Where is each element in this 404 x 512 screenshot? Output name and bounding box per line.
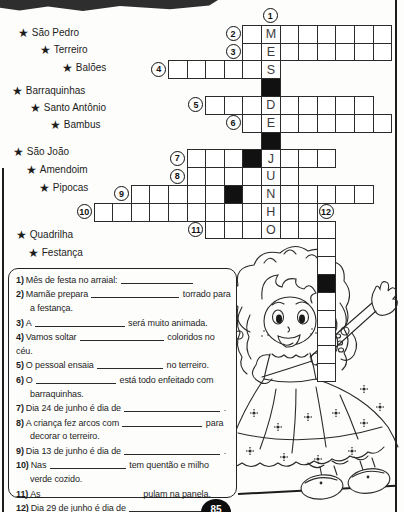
clue-number-badge-12: 12 <box>319 204 334 219</box>
empty-cell[interactable] <box>242 114 262 133</box>
word-label: Bambus <box>64 119 101 130</box>
empty-cell[interactable] <box>373 43 393 62</box>
empty-cell[interactable] <box>242 96 262 115</box>
answer-blank[interactable] <box>91 289 179 298</box>
clue-item: 1)Mês de festa no arraial: <box>16 274 231 288</box>
word-label: Barraquinhas <box>26 85 85 96</box>
page-number: 85 <box>210 504 221 512</box>
empty-cell[interactable] <box>149 203 169 222</box>
clue-text: Vamos soltar <box>26 332 79 342</box>
clue-text: Dia 13 de junho é dia de <box>26 446 124 456</box>
clue-text: A criança fez arcos com <box>26 418 122 428</box>
given-letter: E <box>267 46 275 59</box>
empty-cell[interactable] <box>187 149 207 168</box>
given-letter-cell: O <box>261 221 281 240</box>
empty-cell[interactable] <box>205 185 225 204</box>
empty-cell[interactable] <box>280 114 300 133</box>
clue-text: Dia 29 de junho é dia de <box>31 503 129 512</box>
empty-cell[interactable] <box>168 203 188 222</box>
word-label: Festança <box>42 247 83 258</box>
empty-cell[interactable] <box>205 149 225 168</box>
star-icon: ★ <box>40 43 51 57</box>
empty-cell[interactable] <box>224 167 244 186</box>
clue-text-continuation: decorar o terreiro. <box>30 430 231 444</box>
empty-cell[interactable] <box>131 185 151 204</box>
given-letter-cell: M <box>261 25 281 44</box>
word-label: Amendoim <box>40 164 88 175</box>
clue-text: Dia 24 de junho é dia de <box>26 403 124 413</box>
empty-cell[interactable] <box>205 221 225 240</box>
clue-number: 2) <box>16 289 24 299</box>
black-cell <box>261 78 281 97</box>
empty-cell[interactable] <box>149 185 169 204</box>
empty-cell[interactable] <box>317 345 337 364</box>
empty-cell[interactable] <box>242 185 262 204</box>
empty-cell[interactable] <box>317 221 337 240</box>
star-icon: ★ <box>26 163 37 177</box>
word-list-item: ★Terreiro <box>40 43 88 57</box>
clue-item: 4)Vamos soltar coloridos no céu. <box>16 331 231 359</box>
clue-text: está todo enfeitado com <box>117 375 213 385</box>
black-cell <box>242 149 262 168</box>
clue-text: Nas <box>31 460 49 470</box>
clue-number-badge-11: 11 <box>188 222 203 237</box>
empty-cell[interactable] <box>335 25 355 44</box>
clue-number: 8) <box>16 418 24 428</box>
empty-cell[interactable] <box>317 114 337 133</box>
word-list-item: ★São Pedro <box>18 26 79 40</box>
empty-cell[interactable] <box>298 149 318 168</box>
page-border-left <box>2 168 4 512</box>
clue-number-badge-5: 5 <box>188 97 203 112</box>
empty-cell[interactable] <box>242 167 262 186</box>
clue-text: As <box>30 489 43 499</box>
empty-cell[interactable] <box>317 43 337 62</box>
answer-blank[interactable] <box>44 489 140 498</box>
answer-blank[interactable] <box>124 403 220 412</box>
star-icon: ★ <box>18 26 29 40</box>
empty-cell[interactable] <box>317 363 337 382</box>
clue-number: 4) <box>16 332 24 342</box>
empty-cell[interactable] <box>317 238 337 257</box>
empty-cell[interactable] <box>298 203 318 222</box>
word-label: Pipocas <box>53 182 89 193</box>
clue-text: . <box>221 446 226 456</box>
empty-cell[interactable] <box>335 96 355 115</box>
empty-cell[interactable] <box>354 114 374 133</box>
star-icon: ★ <box>30 101 41 115</box>
clue-number: 6) <box>16 375 24 385</box>
empty-cell[interactable] <box>242 60 262 79</box>
empty-cell[interactable] <box>168 185 188 204</box>
empty-cell[interactable] <box>205 60 225 79</box>
clue-item: 6)O está todo enfeitado combarraquinhas. <box>16 374 231 402</box>
empty-cell[interactable] <box>317 327 337 346</box>
empty-cell[interactable] <box>317 310 337 329</box>
empty-cell[interactable] <box>187 185 207 204</box>
empty-cell[interactable] <box>354 43 374 62</box>
clue-item: 10)Nas tem quentão e milhoverde cozido. <box>16 459 231 487</box>
answer-blank[interactable] <box>121 275 193 284</box>
empty-cell[interactable] <box>94 203 114 222</box>
empty-cell[interactable] <box>224 96 244 115</box>
clue-item: 8)A criança fez arcos com paradecorar o … <box>16 417 231 445</box>
empty-cell[interactable] <box>205 203 225 222</box>
empty-cell[interactable] <box>317 292 337 311</box>
empty-cell[interactable] <box>280 185 300 204</box>
empty-cell[interactable] <box>373 25 393 44</box>
word-list-item: ★Bambus <box>50 118 100 132</box>
empty-cell[interactable] <box>187 203 207 222</box>
answer-blank[interactable] <box>50 460 126 469</box>
clue-text-continuation: a festança. <box>30 302 231 316</box>
empty-cell[interactable] <box>224 203 244 222</box>
empty-cell[interactable] <box>187 60 207 79</box>
clue-text-continuation: barraquinhas. <box>30 388 231 402</box>
given-letter-cell: N <box>261 185 281 204</box>
answer-blank[interactable] <box>124 446 220 455</box>
empty-cell[interactable] <box>373 114 393 133</box>
given-letter: E <box>267 117 275 130</box>
empty-cell[interactable] <box>242 203 262 222</box>
clue-item: 3)A será muito animada. <box>16 317 231 331</box>
empty-cell[interactable] <box>335 43 355 62</box>
clue-number-badge-7: 7 <box>170 151 185 166</box>
clue-number: 7) <box>16 403 24 413</box>
clue-number-badge-4: 4 <box>151 62 166 77</box>
clue-number: 9) <box>16 446 24 456</box>
clue-item: 9)Dia 13 de junho é dia de . <box>16 445 231 459</box>
clue-text: será muito animada. <box>126 318 208 328</box>
clue-item: 11)As pulam na panela. <box>16 488 231 502</box>
empty-cell[interactable] <box>205 96 225 115</box>
empty-cell[interactable] <box>280 167 300 186</box>
black-cell <box>261 132 281 151</box>
word-list-item: ★Amendoim <box>26 163 88 177</box>
clue-text: . <box>221 403 226 413</box>
star-icon: ★ <box>50 118 61 132</box>
word-list-item: ★Santo Antônio <box>30 101 106 115</box>
empty-cell[interactable] <box>112 203 132 222</box>
empty-cell[interactable] <box>224 149 244 168</box>
given-letter: M <box>266 28 276 41</box>
word-list-item: ★Festança <box>28 246 83 260</box>
worksheet-page: ★São Pedro★Terreiro★Balões★Barraquinhas★… <box>0 0 404 512</box>
empty-cell[interactable] <box>298 25 318 44</box>
given-letter: J <box>268 153 274 166</box>
star-icon: ★ <box>62 61 73 75</box>
empty-cell[interactable] <box>298 43 318 62</box>
clue-item: 7)Dia 24 de junho é dia de . <box>16 402 231 416</box>
clue-number-badge-10: 10 <box>77 204 92 219</box>
clue-number: 1) <box>16 275 24 285</box>
word-label: Santo Antônio <box>44 102 106 113</box>
given-letter-cell: J <box>261 149 281 168</box>
word-list-item: ★Balões <box>62 61 106 75</box>
empty-cell[interactable] <box>317 185 337 204</box>
word-label: Quadrilha <box>30 229 73 240</box>
clue-text: Mês de festa no arraial: <box>26 275 120 285</box>
answer-blank[interactable] <box>122 418 202 427</box>
given-letter-cell: H <box>261 203 281 222</box>
clue-number-badge-2: 2 <box>226 26 241 41</box>
answer-blank[interactable] <box>36 375 116 384</box>
star-icon: ★ <box>16 228 27 242</box>
given-letter: H <box>266 206 275 219</box>
empty-cell[interactable] <box>280 25 300 44</box>
star-icon: ★ <box>13 145 24 159</box>
empty-cell[interactable] <box>354 96 374 115</box>
empty-cell[interactable] <box>224 221 244 240</box>
empty-cell[interactable] <box>280 221 300 240</box>
star-icon: ★ <box>28 246 39 260</box>
clue-number: 10) <box>16 460 29 470</box>
empty-cell[interactable] <box>242 43 262 62</box>
clue-number: 3) <box>16 318 24 328</box>
clue-text: A <box>26 318 34 328</box>
empty-cell[interactable] <box>242 25 262 44</box>
clue-item: 12)Dia 29 de junho é dia de . <box>16 502 231 512</box>
empty-cell[interactable] <box>317 96 337 115</box>
clue-number-badge-1: 1 <box>263 8 278 23</box>
empty-cell[interactable] <box>280 149 300 168</box>
girl-illustration <box>212 237 404 512</box>
given-letter-cell: E <box>261 43 281 62</box>
word-list-item: ★São João <box>13 145 69 159</box>
clue-text: pulam na panela. <box>141 489 211 499</box>
clue-text: O pessoal ensaia <box>26 360 96 370</box>
word-label: São João <box>27 146 69 157</box>
clue-box: 1)Mês de festa no arraial: 2)Mamãe prepa… <box>8 268 237 498</box>
clue-item: 5)O pessoal ensaia no terreiro. <box>16 359 231 373</box>
clue-text: para <box>203 418 223 428</box>
clue-number-badge-9: 9 <box>114 186 129 201</box>
empty-cell[interactable] <box>298 114 318 133</box>
clue-number-badge-3: 3 <box>226 44 241 59</box>
empty-cell[interactable] <box>298 221 318 240</box>
clue-text: O <box>26 375 35 385</box>
clue-number: 12) <box>16 503 29 512</box>
empty-cell[interactable] <box>335 185 355 204</box>
answer-blank[interactable] <box>80 332 164 341</box>
clue-text: tem quentão e milho <box>127 460 209 470</box>
empty-cell[interactable] <box>317 25 337 44</box>
word-label: Terreiro <box>54 44 88 55</box>
word-list-item: ★Pipocas <box>39 181 88 195</box>
black-cell <box>224 185 244 204</box>
clue-text-continuation: verde cozido. <box>30 473 231 487</box>
given-letter: S <box>267 64 275 77</box>
answer-blank[interactable] <box>97 360 163 369</box>
empty-cell[interactable] <box>280 203 300 222</box>
torn-header-strip <box>0 0 218 11</box>
empty-cell[interactable] <box>187 167 207 186</box>
clue-text: torrado para <box>180 289 230 299</box>
empty-cell[interactable] <box>298 185 318 204</box>
empty-cell[interactable] <box>242 221 262 240</box>
clue-number-badge-8: 8 <box>170 169 185 184</box>
star-icon: ★ <box>12 84 23 98</box>
given-letter: O <box>266 224 276 237</box>
given-letter: U <box>266 170 275 183</box>
given-letter-cell: D <box>261 96 281 115</box>
clue-number-badge-6: 6 <box>226 115 241 130</box>
empty-cell[interactable] <box>335 114 355 133</box>
clue-text: Mamãe prepara <box>26 289 91 299</box>
empty-cell[interactable] <box>317 149 337 168</box>
given-letter-cell: E <box>261 114 281 133</box>
answer-blank[interactable] <box>35 318 125 327</box>
black-cell <box>317 274 337 293</box>
word-list-item: ★Quadrilha <box>16 228 73 242</box>
empty-cell[interactable] <box>317 256 337 275</box>
word-label: São Pedro <box>32 27 79 38</box>
clue-item: 2)Mamãe prepara torrado paraa festança. <box>16 288 231 316</box>
given-letter-cell: U <box>261 167 281 186</box>
empty-cell[interactable] <box>131 203 151 222</box>
clue-number: 11) <box>16 489 28 499</box>
empty-cell[interactable] <box>280 43 300 62</box>
given-letter: N <box>266 188 275 201</box>
empty-cell[interactable] <box>280 96 300 115</box>
empty-cell[interactable] <box>205 167 225 186</box>
given-letter: D <box>266 99 275 112</box>
clue-number: 5) <box>16 360 24 370</box>
empty-cell[interactable] <box>354 185 374 204</box>
star-icon: ★ <box>39 181 50 195</box>
word-list-item: ★Barraquinhas <box>12 84 85 98</box>
word-label: Balões <box>76 62 107 73</box>
clue-text: no terreiro. <box>164 360 209 370</box>
empty-cell[interactable] <box>224 60 244 79</box>
empty-cell[interactable] <box>354 25 374 44</box>
empty-cell[interactable] <box>168 60 188 79</box>
given-letter-cell: S <box>261 60 281 79</box>
empty-cell[interactable] <box>298 96 318 115</box>
